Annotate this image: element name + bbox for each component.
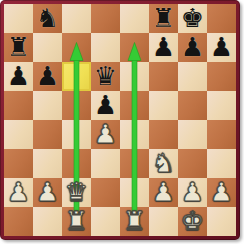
piece-black-pawn-f7[interactable]: ♟ (149, 33, 178, 62)
piece-white-rook-c1[interactable]: ♜ (62, 207, 91, 236)
chessboard-screenshot: ♞♜♚♜♟♟♟♟♟♛♟♟♞♟♟♛♟♟♟♜♜♚ (0, 0, 244, 244)
piece-black-queen-d6[interactable]: ♛ (91, 62, 120, 91)
piece-white-king-g1[interactable]: ♚ (178, 207, 207, 236)
piece-white-queen-c2[interactable]: ♛ (62, 178, 91, 207)
board-frame: ♞♜♚♜♟♟♟♟♟♛♟♟♞♟♟♛♟♟♟♜♜♚ (0, 0, 240, 240)
piece-white-rook-e1[interactable]: ♜ (120, 207, 149, 236)
piece-layer: ♞♜♚♜♟♟♟♟♟♛♟♟♞♟♟♛♟♟♟♜♜♚ (4, 4, 236, 236)
piece-black-pawn-g7[interactable]: ♟ (178, 33, 207, 62)
piece-white-knight-f3[interactable]: ♞ (149, 149, 178, 178)
piece-white-pawn-g2[interactable]: ♟ (178, 178, 207, 207)
piece-black-pawn-b6[interactable]: ♟ (33, 62, 62, 91)
piece-black-rook-f8[interactable]: ♜ (149, 4, 178, 33)
piece-white-pawn-b2[interactable]: ♟ (33, 178, 62, 207)
piece-white-pawn-f2[interactable]: ♟ (149, 178, 178, 207)
piece-white-pawn-d4[interactable]: ♟ (91, 120, 120, 149)
piece-black-king-g8[interactable]: ♚ (178, 4, 207, 33)
piece-black-knight-b8[interactable]: ♞ (33, 4, 62, 33)
piece-black-pawn-d5[interactable]: ♟ (91, 91, 120, 120)
piece-black-pawn-a6[interactable]: ♟ (4, 62, 33, 91)
piece-white-pawn-a2[interactable]: ♟ (4, 178, 33, 207)
piece-white-pawn-h2[interactable]: ♟ (207, 178, 236, 207)
piece-black-rook-a7[interactable]: ♜ (4, 33, 33, 62)
piece-black-pawn-h7[interactable]: ♟ (207, 33, 236, 62)
